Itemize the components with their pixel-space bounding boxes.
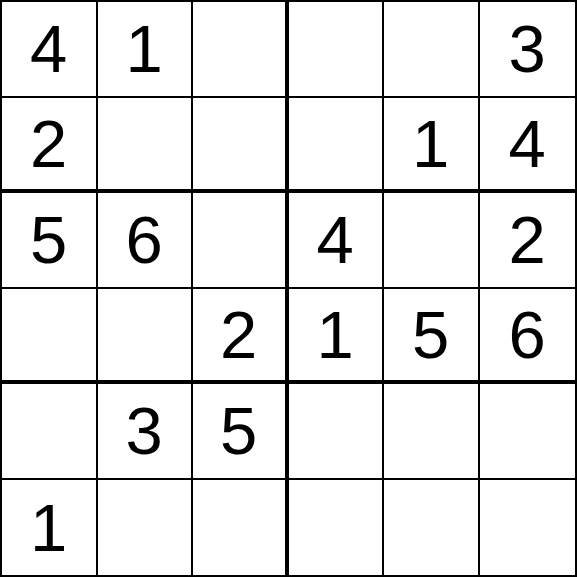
cell-r4c1[interactable] [2, 289, 98, 385]
cell-r4c6: 6 [480, 289, 576, 385]
given-digit: 4 [509, 110, 546, 177]
given-digit: 5 [220, 397, 257, 464]
cell-r5c5[interactable] [384, 384, 480, 480]
given-digit: 2 [30, 110, 67, 177]
given-digit: 5 [30, 206, 67, 273]
cell-r1c4[interactable] [289, 2, 385, 98]
cell-r3c3[interactable] [193, 193, 289, 289]
cell-r6c1: 1 [2, 480, 98, 576]
given-digit: 4 [30, 15, 67, 82]
cell-r4c3: 2 [193, 289, 289, 385]
cell-r3c1: 5 [2, 193, 98, 289]
given-digit: 4 [317, 206, 354, 273]
cell-r5c1[interactable] [2, 384, 98, 480]
cell-r5c3: 5 [193, 384, 289, 480]
cell-r6c6[interactable] [480, 480, 576, 576]
given-digit: 3 [509, 15, 546, 82]
sudoku-board: 41321456422156351 [0, 0, 577, 577]
cell-r1c1: 4 [2, 2, 98, 98]
cell-r2c2[interactable] [98, 98, 194, 194]
given-digit: 1 [412, 110, 449, 177]
given-digit: 6 [126, 206, 163, 273]
cell-r5c6[interactable] [480, 384, 576, 480]
given-digit: 3 [126, 397, 163, 464]
given-digit: 2 [509, 206, 546, 273]
cell-r4c4: 1 [289, 289, 385, 385]
cell-r5c4[interactable] [289, 384, 385, 480]
cell-r2c4[interactable] [289, 98, 385, 194]
cell-r1c5[interactable] [384, 2, 480, 98]
cell-r3c2: 6 [98, 193, 194, 289]
given-digit: 6 [509, 301, 546, 368]
given-digit: 1 [30, 494, 67, 561]
cell-r4c2[interactable] [98, 289, 194, 385]
cell-r1c2: 1 [98, 2, 194, 98]
cell-r6c2[interactable] [98, 480, 194, 576]
cell-r5c2: 3 [98, 384, 194, 480]
cell-r2c1: 2 [2, 98, 98, 194]
cell-r3c6: 2 [480, 193, 576, 289]
given-digit: 2 [220, 301, 257, 368]
cell-r3c5[interactable] [384, 193, 480, 289]
cell-r3c4: 4 [289, 193, 385, 289]
cell-r2c3[interactable] [193, 98, 289, 194]
cell-r6c5[interactable] [384, 480, 480, 576]
cell-r4c5: 5 [384, 289, 480, 385]
cell-r2c6: 4 [480, 98, 576, 194]
given-digit: 5 [412, 301, 449, 368]
cell-r1c3[interactable] [193, 2, 289, 98]
cell-r1c6: 3 [480, 2, 576, 98]
given-digit: 1 [317, 301, 354, 368]
cell-r6c3[interactable] [193, 480, 289, 576]
cell-r2c5: 1 [384, 98, 480, 194]
given-digit: 1 [126, 15, 163, 82]
cell-r6c4[interactable] [289, 480, 385, 576]
